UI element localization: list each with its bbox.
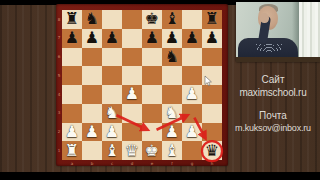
- square-f5: [162, 66, 182, 85]
- square-a1: ♜: [62, 141, 82, 160]
- square-b3: [82, 104, 102, 123]
- black-pawn: ♟: [165, 29, 179, 47]
- white-pawn: ♟: [105, 122, 119, 140]
- square-h4: [202, 85, 222, 104]
- white-rook: ♜: [65, 141, 79, 159]
- square-b4: [82, 85, 102, 104]
- square-b8: ♞: [82, 10, 102, 29]
- square-b7: ♟: [82, 29, 102, 48]
- chess-board: ♜♞♚♝♜♟♟♟♟♟♟♟♞♟♟♞♞♟♟♟♟♟♜♝♛♚♝♛: [62, 10, 222, 160]
- square-c4: [102, 85, 122, 104]
- square-d6: [122, 48, 142, 67]
- video-frame: ♜♞♚♝♜♟♟♟♟♟♟♟♞♟♟♞♞♟♟♟♟♟♜♝♛♚♝♛ 87654321abc…: [0, 0, 320, 180]
- white-bishop: ♝: [165, 141, 179, 159]
- square-f1: ♝: [162, 141, 182, 160]
- black-bishop: ♝: [165, 10, 179, 28]
- square-f6: ♞: [162, 48, 182, 67]
- square-c6: [102, 48, 122, 67]
- square-a7: ♟: [62, 29, 82, 48]
- square-f3: ♞: [162, 104, 182, 123]
- white-pawn: ♟: [125, 85, 139, 103]
- presenter-hand: [260, 13, 269, 23]
- white-queen: ♛: [125, 141, 139, 159]
- square-h8: ♜: [202, 10, 222, 29]
- square-g7: ♟: [182, 29, 202, 48]
- white-king: ♚: [145, 141, 159, 159]
- square-c7: ♟: [102, 29, 122, 48]
- square-h6: [202, 48, 222, 67]
- white-knight: ♞: [165, 104, 179, 122]
- square-d3: [122, 104, 142, 123]
- square-d4: ♟: [122, 85, 142, 104]
- square-a4: [62, 85, 82, 104]
- white-pawn: ♟: [65, 122, 79, 140]
- white-knight: ♞: [105, 104, 119, 122]
- square-g1: [182, 141, 202, 160]
- square-g3: [182, 104, 202, 123]
- square-a2: ♟: [62, 123, 82, 142]
- square-f2: ♟: [162, 123, 182, 142]
- square-c8: [102, 10, 122, 29]
- square-a8: ♜: [62, 10, 82, 29]
- black-queen: ♛: [205, 141, 219, 159]
- white-pawn: ♟: [85, 122, 99, 140]
- square-d8: [122, 10, 142, 29]
- square-d1: ♛: [122, 141, 142, 160]
- square-h2: [202, 123, 222, 142]
- square-b2: ♟: [82, 123, 102, 142]
- square-c5: [102, 66, 122, 85]
- mail-address: m.kuksov@inbox.ru: [226, 123, 320, 133]
- square-a5: [62, 66, 82, 85]
- square-e1: ♚: [142, 141, 162, 160]
- square-e2: [142, 123, 162, 142]
- square-b5: [82, 66, 102, 85]
- square-e8: ♚: [142, 10, 162, 29]
- site-label: Сайт: [226, 74, 320, 85]
- square-c3: ♞: [102, 104, 122, 123]
- square-d7: [122, 29, 142, 48]
- black-knight: ♞: [165, 47, 179, 65]
- black-pawn: ♟: [85, 29, 99, 47]
- square-g2: ♟: [182, 123, 202, 142]
- black-rook: ♜: [205, 10, 219, 28]
- white-bishop: ♝: [105, 141, 119, 159]
- square-a6: [62, 48, 82, 67]
- square-b1: [82, 141, 102, 160]
- black-rook: ♜: [65, 10, 79, 28]
- black-pawn: ♟: [65, 29, 79, 47]
- square-g8: [182, 10, 202, 29]
- square-f4: [162, 85, 182, 104]
- presenter-shirt-logo: [256, 44, 282, 52]
- square-h1: ♛: [202, 141, 222, 160]
- square-c2: ♟: [102, 123, 122, 142]
- black-knight: ♞: [85, 10, 99, 28]
- square-g6: [182, 48, 202, 67]
- mail-label: Почта: [226, 110, 320, 121]
- square-e3: [142, 104, 162, 123]
- square-h3: [202, 104, 222, 123]
- site-url: maximschool.ru: [226, 87, 320, 98]
- white-pawn: ♟: [185, 122, 199, 140]
- square-c1: ♝: [102, 141, 122, 160]
- square-h5: [202, 66, 222, 85]
- square-a3: [62, 104, 82, 123]
- window-curtain: [299, 2, 320, 62]
- square-e6: [142, 48, 162, 67]
- square-h7: ♟: [202, 29, 222, 48]
- black-pawn: ♟: [105, 29, 119, 47]
- white-pawn: ♟: [185, 85, 199, 103]
- square-d2: [122, 123, 142, 142]
- black-pawn: ♟: [145, 29, 159, 47]
- square-g5: [182, 66, 202, 85]
- black-pawn: ♟: [185, 29, 199, 47]
- square-e7: ♟: [142, 29, 162, 48]
- black-pawn: ♟: [205, 29, 219, 47]
- square-f8: ♝: [162, 10, 182, 29]
- letterbox-bottom: [0, 172, 320, 180]
- square-e5: [142, 66, 162, 85]
- webcam: [236, 2, 320, 62]
- black-king: ♚: [145, 10, 159, 28]
- square-f7: ♟: [162, 29, 182, 48]
- square-g4: ♟: [182, 85, 202, 104]
- square-e4: [142, 85, 162, 104]
- square-b6: [82, 48, 102, 67]
- desk-edge: [236, 57, 320, 62]
- white-pawn: ♟: [165, 122, 179, 140]
- square-d5: [122, 66, 142, 85]
